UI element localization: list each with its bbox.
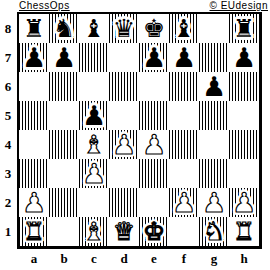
piece-black-knight: ♞	[53, 14, 75, 43]
piece-white-bishop: ♝	[83, 130, 105, 159]
square-e8[interactable]: ♚	[139, 14, 169, 43]
chessops-diagram: ChessOps © EUdesign 87654321 ♜♞♝♛♚♝♜♟♟♟♟…	[0, 0, 270, 270]
square-f2[interactable]: ♟	[169, 188, 199, 217]
piece-black-rook: ♜	[233, 14, 255, 43]
square-f3[interactable]	[169, 159, 199, 188]
square-e4[interactable]: ♟	[139, 130, 169, 159]
square-e3[interactable]	[139, 159, 169, 188]
square-d2[interactable]	[109, 188, 139, 217]
square-b8[interactable]: ♞	[49, 14, 79, 43]
file-label-h: h	[229, 250, 259, 267]
square-b4[interactable]	[49, 130, 79, 159]
piece-white-pawn: ♟	[172, 188, 196, 217]
piece-black-bishop: ♝	[173, 14, 195, 43]
square-e1[interactable]: ♚	[139, 217, 169, 246]
square-c1[interactable]: ♝	[79, 217, 109, 246]
square-c6[interactable]	[79, 72, 109, 101]
piece-white-pawn: ♟	[112, 130, 136, 159]
piece-black-pawn: ♟	[82, 101, 106, 130]
piece-white-pawn: ♟	[202, 188, 226, 217]
square-b6[interactable]	[49, 72, 79, 101]
square-b3[interactable]	[49, 159, 79, 188]
file-label-c: c	[79, 250, 109, 267]
square-a5[interactable]	[19, 101, 49, 130]
file-labels: abcdefgh	[19, 250, 259, 267]
square-c5[interactable]: ♟	[79, 101, 109, 130]
square-d8[interactable]: ♛	[109, 14, 139, 43]
square-g3[interactable]	[199, 159, 229, 188]
piece-white-bishop: ♝	[83, 217, 105, 246]
square-e7[interactable]: ♟	[139, 43, 169, 72]
square-e2[interactable]	[139, 188, 169, 217]
piece-black-king: ♚	[143, 14, 165, 43]
square-a7[interactable]: ♟	[19, 43, 49, 72]
piece-black-pawn: ♟	[172, 43, 196, 72]
square-d4[interactable]: ♟	[109, 130, 139, 159]
file-label-e: e	[139, 250, 169, 267]
square-h5[interactable]	[229, 101, 259, 130]
file-label-g: g	[199, 250, 229, 267]
square-c3[interactable]: ♟	[79, 159, 109, 188]
piece-black-queen: ♛	[113, 14, 135, 43]
square-a6[interactable]	[19, 72, 49, 101]
piece-black-pawn: ♟	[22, 43, 46, 72]
square-g5[interactable]	[199, 101, 229, 130]
file-label-f: f	[169, 250, 199, 267]
file-label-d: d	[109, 250, 139, 267]
piece-white-rook: ♜	[23, 217, 45, 246]
square-d5[interactable]	[109, 101, 139, 130]
square-a4[interactable]	[19, 130, 49, 159]
piece-white-king: ♚	[143, 217, 165, 246]
square-d7[interactable]	[109, 43, 139, 72]
square-b2[interactable]	[49, 188, 79, 217]
piece-black-pawn: ♟	[142, 43, 166, 72]
piece-black-rook: ♜	[23, 14, 45, 43]
square-e6[interactable]	[139, 72, 169, 101]
piece-white-knight: ♞	[203, 217, 225, 246]
rank-label-8: 8	[0, 14, 16, 43]
square-h2[interactable]: ♟	[229, 188, 259, 217]
square-b5[interactable]	[49, 101, 79, 130]
square-f6[interactable]	[169, 72, 199, 101]
app-title-link[interactable]: ChessOps	[19, 0, 70, 12]
square-g2[interactable]: ♟	[199, 188, 229, 217]
square-b7[interactable]: ♟	[49, 43, 79, 72]
rank-label-3: 3	[0, 159, 16, 188]
square-a1[interactable]: ♜	[19, 217, 49, 246]
rank-label-5: 5	[0, 101, 16, 130]
square-c8[interactable]: ♝	[79, 14, 109, 43]
piece-black-pawn: ♟	[202, 72, 226, 101]
square-f7[interactable]: ♟	[169, 43, 199, 72]
square-g8[interactable]	[199, 14, 229, 43]
piece-black-bishop: ♝	[83, 14, 105, 43]
rank-label-7: 7	[0, 43, 16, 72]
square-g1[interactable]: ♞	[199, 217, 229, 246]
square-f5[interactable]	[169, 101, 199, 130]
piece-black-pawn: ♟	[232, 43, 256, 72]
square-g6[interactable]: ♟	[199, 72, 229, 101]
square-g4[interactable]	[199, 130, 229, 159]
square-h1[interactable]: ♜	[229, 217, 259, 246]
square-c7[interactable]	[79, 43, 109, 72]
rank-labels: 87654321	[0, 14, 16, 246]
square-c4[interactable]: ♝	[79, 130, 109, 159]
piece-white-rook: ♜	[233, 217, 255, 246]
square-a3[interactable]	[19, 159, 49, 188]
square-f1[interactable]	[169, 217, 199, 246]
chess-board: ♜♞♝♛♚♝♜♟♟♟♟♟♟♟♝♟♟♟♟♟♟♟♜♝♛♚♞♜	[17, 12, 262, 249]
piece-white-pawn: ♟	[22, 188, 46, 217]
square-a2[interactable]: ♟	[19, 188, 49, 217]
square-d1[interactable]: ♛	[109, 217, 139, 246]
piece-white-queen: ♛	[113, 217, 135, 246]
square-d3[interactable]	[109, 159, 139, 188]
square-h7[interactable]: ♟	[229, 43, 259, 72]
rank-label-6: 6	[0, 72, 16, 101]
square-e5[interactable]	[139, 101, 169, 130]
square-d6[interactable]	[109, 72, 139, 101]
square-c2[interactable]	[79, 188, 109, 217]
piece-white-pawn: ♟	[82, 159, 106, 188]
square-b1[interactable]	[49, 217, 79, 246]
file-label-b: b	[49, 250, 79, 267]
square-a8[interactable]: ♜	[19, 14, 49, 43]
credit-link[interactable]: © EUdesign	[209, 0, 268, 12]
piece-white-pawn: ♟	[142, 130, 166, 159]
square-h6[interactable]	[229, 72, 259, 101]
piece-white-pawn: ♟	[232, 188, 256, 217]
square-f4[interactable]	[169, 130, 199, 159]
square-h8[interactable]: ♜	[229, 14, 259, 43]
piece-black-pawn: ♟	[52, 43, 76, 72]
rank-label-2: 2	[0, 188, 16, 217]
rank-label-1: 1	[0, 217, 16, 246]
square-f8[interactable]: ♝	[169, 14, 199, 43]
square-h4[interactable]	[229, 130, 259, 159]
square-h3[interactable]	[229, 159, 259, 188]
square-g7[interactable]	[199, 43, 229, 72]
rank-label-4: 4	[0, 130, 16, 159]
file-label-a: a	[19, 250, 49, 267]
